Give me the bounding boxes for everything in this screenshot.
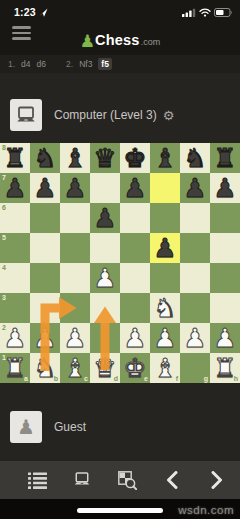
piece-black-pawn: ♟ [210, 173, 240, 203]
header: 1:23 [0, 0, 240, 55]
player-row: ♟ Guest [0, 383, 240, 461]
square-h4[interactable] [210, 263, 240, 293]
move-token[interactable]: d6 [37, 59, 46, 69]
vs-computer-button[interactable] [69, 467, 95, 493]
square-h8[interactable]: ♜ [210, 143, 240, 173]
square-h3[interactable] [210, 293, 240, 323]
square-c7[interactable]: ♟ [60, 173, 90, 203]
square-a8[interactable]: 8♜ [0, 143, 30, 173]
piece-white-pawn: ♟ [90, 263, 120, 293]
piece-black-queen: ♛ [90, 143, 120, 173]
logo-pawn-icon: ♟ [80, 34, 95, 48]
square-f3[interactable]: ♞ [150, 293, 180, 323]
rank-label-7: 7 [2, 174, 6, 181]
piece-white-pawn: ♟ [150, 323, 180, 353]
move-list-bar: 1.d4d62.Nf3f5 [0, 55, 240, 73]
player-name-text: Guest [54, 420, 86, 434]
piece-black-pawn: ♟ [30, 173, 60, 203]
piece-black-king: ♚ [120, 143, 150, 173]
piece-white-pawn: ♟ [180, 323, 210, 353]
wifi-icon [199, 8, 211, 17]
square-f5[interactable]: ♟ [150, 233, 180, 263]
square-b7[interactable]: ♟ [30, 173, 60, 203]
move-list-icon [28, 472, 47, 489]
piece-white-pawn: ♟ [210, 323, 240, 353]
piece-white-queen: ♛ [90, 353, 120, 383]
square-g5[interactable] [180, 233, 210, 263]
computer-icon [14, 103, 38, 127]
pawn-icon: ♟ [17, 411, 35, 443]
chesscom-logo[interactable]: ♟ Chess .com [80, 32, 160, 48]
piece-black-pawn: ♟ [90, 203, 120, 233]
chevron-right-icon [211, 471, 223, 489]
file-label-h: h [234, 375, 238, 382]
square-d6[interactable]: ♟ [90, 203, 120, 233]
piece-white-bishop: ♝ [60, 353, 90, 383]
square-f4[interactable] [150, 263, 180, 293]
move-number: 1. [8, 59, 15, 69]
square-c3[interactable] [60, 293, 90, 323]
square-e3[interactable] [120, 293, 150, 323]
forward-button[interactable] [204, 467, 230, 493]
piece-black-pawn: ♟ [120, 173, 150, 203]
square-c5[interactable] [60, 233, 90, 263]
guest-avatar: ♟ [10, 411, 42, 443]
square-f6[interactable] [150, 203, 180, 233]
square-f7[interactable] [150, 173, 180, 203]
square-h1[interactable]: h♜ [210, 353, 240, 383]
opponent-row: Computer (Level 3) ⚙ [0, 73, 240, 143]
computer-avatar [10, 99, 42, 131]
piece-black-knight: ♞ [180, 143, 210, 173]
rank-label-5: 5 [2, 234, 6, 241]
file-label-c: c [84, 375, 88, 382]
rank-label-1: 1 [2, 354, 6, 361]
square-a2[interactable]: 2♟ [0, 323, 30, 353]
analysis-button[interactable] [114, 467, 140, 493]
logo-tld-text: .com [141, 37, 161, 47]
piece-black-knight: ♞ [30, 143, 60, 173]
square-e1[interactable]: e♚ [120, 353, 150, 383]
square-h7[interactable]: ♟ [210, 173, 240, 203]
file-label-b: b [54, 375, 58, 382]
piece-black-rook: ♜ [210, 143, 240, 173]
piece-white-rook: ♜ [0, 353, 30, 383]
square-d8[interactable]: ♛ [90, 143, 120, 173]
square-b5[interactable] [30, 233, 60, 263]
square-a3[interactable]: 3 [0, 293, 30, 323]
piece-white-pawn: ♟ [30, 323, 60, 353]
square-b1[interactable]: b♞ [30, 353, 60, 383]
rank-label-3: 3 [2, 294, 6, 301]
chess-board: 8♜♞♝♛♚♝♞♜7♟♟♟♟♟♟6♟5♟4♟3♞2♟♟♟♟♟♟♟1a♜b♞c♝d… [0, 143, 240, 383]
square-e6[interactable] [120, 203, 150, 233]
analysis-icon [118, 471, 137, 490]
piece-black-bishop: ♝ [150, 143, 180, 173]
piece-black-pawn: ♟ [150, 233, 180, 263]
piece-white-pawn: ♟ [120, 323, 150, 353]
file-label-a: a [24, 375, 28, 382]
square-b3[interactable] [30, 293, 60, 323]
piece-black-pawn: ♟ [60, 173, 90, 203]
clock-time: 1:23 [14, 6, 48, 18]
file-label-g: g [204, 375, 208, 382]
square-d1[interactable]: d♛ [90, 353, 120, 383]
gear-icon[interactable]: ⚙ [163, 108, 175, 123]
home-indicator[interactable] [77, 508, 163, 513]
watermark: wsdn.com [178, 504, 234, 516]
move-token[interactable]: Nf3 [79, 59, 92, 69]
square-a6[interactable]: 6 [0, 203, 30, 233]
app-header-row: ♟ Chess .com [0, 24, 240, 55]
square-a1[interactable]: 1a♜ [0, 353, 30, 383]
square-d5[interactable] [90, 233, 120, 263]
piece-black-pawn: ♟ [180, 173, 210, 203]
piece-white-knight: ♞ [30, 353, 60, 383]
square-c2[interactable]: ♟ [60, 323, 90, 353]
status-icons [182, 8, 233, 17]
move-number: 2. [66, 59, 73, 69]
square-c4[interactable] [60, 263, 90, 293]
square-h6[interactable] [210, 203, 240, 233]
status-bar: 1:23 [0, 0, 240, 24]
move-token[interactable]: d4 [21, 59, 30, 69]
piece-white-pawn: ♟ [0, 323, 30, 353]
piece-black-rook: ♜ [0, 143, 30, 173]
square-d7[interactable] [90, 173, 120, 203]
back-button[interactable] [159, 467, 185, 493]
board-grid: 8♜♞♝♛♚♝♞♜7♟♟♟♟♟♟6♟5♟4♟3♞2♟♟♟♟♟♟♟1a♜b♞c♝d… [0, 143, 240, 383]
piece-white-knight: ♞ [150, 293, 180, 323]
file-label-d: d [114, 375, 118, 382]
opponent-name-text: Computer (Level 3) [54, 108, 157, 122]
square-g4[interactable] [180, 263, 210, 293]
square-b8[interactable]: ♞ [30, 143, 60, 173]
rank-label-8: 8 [2, 144, 6, 151]
status-time-text: 1:23 [14, 6, 36, 18]
square-f1[interactable]: f♝ [150, 353, 180, 383]
chess-app-screen: 1:23 [0, 0, 240, 519]
battery-icon [214, 8, 233, 17]
square-h5[interactable] [210, 233, 240, 263]
square-d2[interactable] [90, 323, 120, 353]
rank-label-4: 4 [2, 264, 6, 271]
chevron-left-icon [166, 471, 178, 489]
square-g8[interactable]: ♞ [180, 143, 210, 173]
square-d3[interactable] [90, 293, 120, 323]
square-d4[interactable]: ♟ [90, 263, 120, 293]
location-arrow-icon [39, 8, 48, 17]
square-e5[interactable] [120, 233, 150, 263]
square-g6[interactable] [180, 203, 210, 233]
square-e4[interactable] [120, 263, 150, 293]
square-g7[interactable]: ♟ [180, 173, 210, 203]
signal-icon [182, 8, 196, 17]
square-a5[interactable]: 5 [0, 233, 30, 263]
square-c1[interactable]: c♝ [60, 353, 90, 383]
file-label-e: e [144, 375, 148, 382]
piece-white-rook: ♜ [210, 353, 240, 383]
square-g2[interactable]: ♟ [180, 323, 210, 353]
logo-text: Chess [95, 32, 140, 48]
square-c6[interactable] [60, 203, 90, 233]
square-b6[interactable] [30, 203, 60, 233]
file-label-f: f [176, 375, 178, 382]
piece-white-bishop: ♝ [150, 353, 180, 383]
bottom-toolbar [0, 461, 240, 499]
square-e7[interactable]: ♟ [120, 173, 150, 203]
opponent-name: Computer (Level 3) ⚙ [54, 108, 174, 123]
rank-label-2: 2 [2, 324, 6, 331]
computer-icon [72, 471, 92, 489]
piece-black-pawn: ♟ [0, 173, 30, 203]
square-f8[interactable]: ♝ [150, 143, 180, 173]
square-b4[interactable] [30, 263, 60, 293]
square-b2[interactable]: ♟ [30, 323, 60, 353]
piece-white-pawn: ♟ [60, 323, 90, 353]
move-list-button[interactable] [24, 467, 50, 493]
move-token[interactable]: f5 [98, 58, 112, 70]
square-e8[interactable]: ♚ [120, 143, 150, 173]
menu-icon[interactable] [12, 26, 31, 40]
square-h2[interactable]: ♟ [210, 323, 240, 353]
square-a7[interactable]: 7♟ [0, 173, 30, 203]
rank-label-6: 6 [2, 204, 6, 211]
square-a4[interactable]: 4 [0, 263, 30, 293]
player-name: Guest [54, 420, 86, 434]
square-c8[interactable]: ♝ [60, 143, 90, 173]
piece-black-bishop: ♝ [60, 143, 90, 173]
square-g3[interactable] [180, 293, 210, 323]
square-e2[interactable]: ♟ [120, 323, 150, 353]
piece-white-king: ♚ [120, 353, 150, 383]
square-f2[interactable]: ♟ [150, 323, 180, 353]
square-g1[interactable]: g [180, 353, 210, 383]
bottom-strip: wsdn.com [0, 499, 240, 519]
